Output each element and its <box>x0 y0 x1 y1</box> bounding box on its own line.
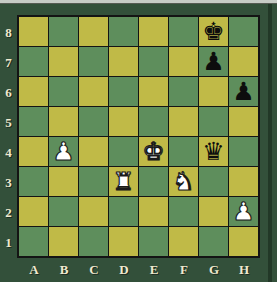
file-label-b: B <box>60 263 69 276</box>
square-h1[interactable] <box>229 227 258 256</box>
piece-white-king: ♚ <box>142 137 164 166</box>
rank-label-7: 7 <box>5 56 12 69</box>
square-c8[interactable] <box>79 17 108 46</box>
square-d6[interactable] <box>109 77 138 106</box>
piece-white-knight: ♞ <box>172 167 194 196</box>
square-h6[interactable]: ♟ <box>229 77 258 106</box>
piece-white-rook: ♜ <box>112 167 134 196</box>
square-c3[interactable] <box>79 167 108 196</box>
square-e6[interactable] <box>139 77 168 106</box>
file-label-a: A <box>29 263 38 276</box>
square-f6[interactable] <box>169 77 198 106</box>
square-h5[interactable] <box>229 107 258 136</box>
square-g7[interactable]: ♟ <box>199 47 228 76</box>
square-h2[interactable]: ♟ <box>229 197 258 226</box>
piece-white-pawn: ♟ <box>52 137 74 166</box>
piece-white-pawn: ♟ <box>232 197 254 226</box>
square-d8[interactable] <box>109 17 138 46</box>
square-h7[interactable] <box>229 47 258 76</box>
file-label-g: G <box>209 263 219 276</box>
chess-diagram: 87654321 ♚♟♟♟♚♛♜♞♟ ABCDEFGH <box>0 0 277 282</box>
square-e2[interactable] <box>139 197 168 226</box>
square-f1[interactable] <box>169 227 198 256</box>
file-label-d: D <box>119 263 128 276</box>
square-h8[interactable] <box>229 17 258 46</box>
rank-labels: 87654321 <box>0 15 17 258</box>
square-g1[interactable] <box>199 227 228 256</box>
square-f8[interactable] <box>169 17 198 46</box>
square-b2[interactable] <box>49 197 78 226</box>
square-b1[interactable] <box>49 227 78 256</box>
rank-label-2: 2 <box>5 206 12 219</box>
square-b8[interactable] <box>49 17 78 46</box>
piece-black-king: ♚ <box>202 17 224 46</box>
square-g2[interactable] <box>199 197 228 226</box>
square-c6[interactable] <box>79 77 108 106</box>
square-f3[interactable]: ♞ <box>169 167 198 196</box>
square-g4[interactable]: ♛ <box>199 137 228 166</box>
rank-label-4: 4 <box>5 146 12 159</box>
square-c5[interactable] <box>79 107 108 136</box>
square-h4[interactable] <box>229 137 258 166</box>
square-a2[interactable] <box>19 197 48 226</box>
piece-black-queen: ♛ <box>202 137 224 166</box>
square-e4[interactable]: ♚ <box>139 137 168 166</box>
square-b5[interactable] <box>49 107 78 136</box>
piece-black-pawn: ♟ <box>202 47 224 76</box>
square-g5[interactable] <box>199 107 228 136</box>
rank-label-1: 1 <box>5 236 12 249</box>
square-g8[interactable]: ♚ <box>199 17 228 46</box>
file-label-e: E <box>150 263 159 276</box>
square-a7[interactable] <box>19 47 48 76</box>
square-e8[interactable] <box>139 17 168 46</box>
square-d5[interactable] <box>109 107 138 136</box>
rank-label-6: 6 <box>5 86 12 99</box>
square-a3[interactable] <box>19 167 48 196</box>
square-c7[interactable] <box>79 47 108 76</box>
file-label-f: F <box>180 263 188 276</box>
square-e7[interactable] <box>139 47 168 76</box>
square-d1[interactable] <box>109 227 138 256</box>
chess-board: ♚♟♟♟♚♛♜♞♟ <box>17 15 260 258</box>
top-gray-strip <box>0 0 277 4</box>
board-layout: 87654321 ♚♟♟♟♚♛♜♞♟ ABCDEFGH <box>0 15 260 280</box>
square-f2[interactable] <box>169 197 198 226</box>
rank-label-8: 8 <box>5 26 12 39</box>
piece-black-pawn: ♟ <box>232 77 254 106</box>
square-a4[interactable] <box>19 137 48 166</box>
square-b4[interactable]: ♟ <box>49 137 78 166</box>
square-a6[interactable] <box>19 77 48 106</box>
file-labels: ABCDEFGH <box>17 258 260 280</box>
square-c1[interactable] <box>79 227 108 256</box>
square-g6[interactable] <box>199 77 228 106</box>
rank-label-3: 3 <box>5 176 12 189</box>
right-edge-shadow <box>268 4 272 282</box>
square-g3[interactable] <box>199 167 228 196</box>
square-f5[interactable] <box>169 107 198 136</box>
file-label-h: H <box>239 263 249 276</box>
square-d7[interactable] <box>109 47 138 76</box>
square-b3[interactable] <box>49 167 78 196</box>
square-h3[interactable] <box>229 167 258 196</box>
square-d2[interactable] <box>109 197 138 226</box>
square-a5[interactable] <box>19 107 48 136</box>
square-a8[interactable] <box>19 17 48 46</box>
square-c4[interactable] <box>79 137 108 166</box>
square-f4[interactable] <box>169 137 198 166</box>
square-e1[interactable] <box>139 227 168 256</box>
rank-label-5: 5 <box>5 116 12 129</box>
square-a1[interactable] <box>19 227 48 256</box>
file-label-c: C <box>89 263 98 276</box>
square-b7[interactable] <box>49 47 78 76</box>
square-f7[interactable] <box>169 47 198 76</box>
square-e3[interactable] <box>139 167 168 196</box>
square-b6[interactable] <box>49 77 78 106</box>
square-e5[interactable] <box>139 107 168 136</box>
square-d3[interactable]: ♜ <box>109 167 138 196</box>
square-d4[interactable] <box>109 137 138 166</box>
square-c2[interactable] <box>79 197 108 226</box>
